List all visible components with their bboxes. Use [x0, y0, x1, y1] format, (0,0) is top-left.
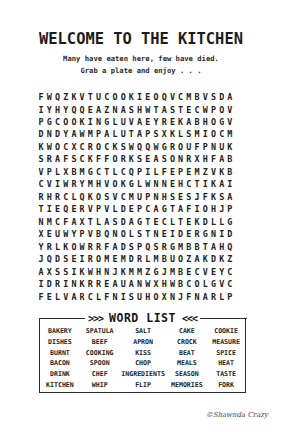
grid-cell[interactable]: A — [152, 203, 160, 215]
grid-cell[interactable]: I — [78, 253, 86, 265]
grid-cell[interactable]: W — [152, 141, 160, 153]
grid-cell[interactable]: I — [45, 203, 53, 215]
grid-cell[interactable]: L — [70, 191, 78, 203]
grid-cell[interactable]: P — [226, 203, 234, 215]
grid-cell[interactable]: R — [86, 141, 94, 153]
grid-cell[interactable]: V — [201, 91, 209, 103]
grid-cell[interactable]: R — [94, 241, 102, 253]
grid-cell[interactable]: A — [152, 153, 160, 165]
grid-cell[interactable]: K — [201, 253, 209, 265]
grid-cell[interactable]: F — [103, 153, 111, 165]
grid-cell[interactable]: N — [209, 141, 217, 153]
grid-cell[interactable]: P — [94, 203, 102, 215]
grid-cell[interactable]: G — [160, 141, 168, 153]
grid-cell[interactable]: X — [62, 166, 70, 178]
grid-cell[interactable]: E — [45, 228, 53, 240]
grid-cell[interactable]: T — [177, 103, 185, 115]
grid-cell[interactable]: B — [193, 241, 201, 253]
grid-cell[interactable]: A — [111, 278, 119, 290]
grid-cell[interactable]: V — [218, 278, 226, 290]
grid-cell[interactable]: N — [209, 228, 217, 240]
grid-cell[interactable]: P — [78, 228, 86, 240]
grid-cell[interactable]: E — [103, 278, 111, 290]
grid-cell[interactable]: E — [70, 203, 78, 215]
grid-cell[interactable]: G — [218, 116, 226, 128]
grid-cell[interactable]: R — [70, 178, 78, 190]
grid-cell[interactable]: T — [127, 128, 135, 140]
grid-cell[interactable]: V — [201, 266, 209, 278]
grid-cell[interactable]: K — [209, 191, 217, 203]
grid-cell[interactable]: R — [37, 191, 45, 203]
grid-cell[interactable]: H — [53, 103, 61, 115]
grid-cell[interactable]: A — [127, 216, 135, 228]
grid-cell[interactable]: R — [78, 291, 86, 303]
grid-cell[interactable]: F — [185, 203, 193, 215]
grid-cell[interactable]: I — [226, 178, 234, 190]
grid-cell[interactable]: T — [103, 166, 111, 178]
grid-cell[interactable]: S — [168, 103, 176, 115]
grid-cell[interactable]: V — [127, 116, 135, 128]
grid-cell[interactable]: V — [103, 178, 111, 190]
grid-cell[interactable]: D — [119, 216, 127, 228]
grid-cell[interactable]: C — [119, 166, 127, 178]
grid-cell[interactable]: U — [119, 128, 127, 140]
grid-cell[interactable]: R — [45, 241, 53, 253]
grid-cell[interactable]: P — [135, 203, 143, 215]
grid-cell[interactable]: U — [135, 291, 143, 303]
grid-cell[interactable]: N — [168, 291, 176, 303]
grid-cell[interactable]: C — [144, 203, 152, 215]
grid-cell[interactable]: S — [111, 216, 119, 228]
grid-cell[interactable]: G — [45, 116, 53, 128]
grid-cell[interactable]: G — [127, 178, 135, 190]
grid-cell[interactable]: W — [144, 103, 152, 115]
grid-cell[interactable]: C — [185, 178, 193, 190]
grid-cell[interactable]: L — [127, 228, 135, 240]
grid-cell[interactable]: G — [226, 216, 234, 228]
grid-cell[interactable]: A — [135, 128, 143, 140]
grid-cell[interactable]: K — [78, 266, 86, 278]
grid-cell[interactable]: S — [37, 153, 45, 165]
grid-cell[interactable]: N — [160, 178, 168, 190]
grid-cell[interactable]: Q — [226, 241, 234, 253]
grid-cell[interactable]: A — [119, 103, 127, 115]
grid-cell[interactable]: A — [218, 178, 226, 190]
grid-cell[interactable]: Y — [45, 103, 53, 115]
grid-cell[interactable]: O — [70, 241, 78, 253]
grid-cell[interactable]: T — [144, 228, 152, 240]
grid-cell[interactable]: K — [119, 178, 127, 190]
grid-cell[interactable]: J — [111, 266, 119, 278]
grid-cell[interactable]: B — [160, 253, 168, 265]
grid-cell[interactable]: O — [201, 203, 209, 215]
grid-cell[interactable]: A — [94, 103, 102, 115]
grid-cell[interactable]: P — [144, 191, 152, 203]
grid-cell[interactable]: O — [111, 91, 119, 103]
grid-cell[interactable]: S — [62, 266, 70, 278]
grid-cell[interactable]: B — [177, 266, 185, 278]
grid-cell[interactable]: K — [70, 91, 78, 103]
grid-cell[interactable]: A — [226, 191, 234, 203]
grid-cell[interactable]: G — [209, 278, 217, 290]
grid-cell[interactable]: U — [135, 191, 143, 203]
grid-cell[interactable]: F — [37, 291, 45, 303]
grid-cell[interactable]: C — [78, 153, 86, 165]
grid-cell[interactable]: N — [103, 266, 111, 278]
grid-cell[interactable]: O — [209, 128, 217, 140]
grid-cell[interactable]: O — [111, 178, 119, 190]
grid-cell[interactable]: L — [218, 291, 226, 303]
grid-cell[interactable]: P — [135, 241, 143, 253]
grid-cell[interactable]: B — [70, 166, 78, 178]
grid-cell[interactable]: F — [193, 141, 201, 153]
grid-cell[interactable]: U — [218, 141, 226, 153]
grid-cell[interactable]: W — [78, 241, 86, 253]
grid-cell[interactable]: R — [53, 278, 61, 290]
grid-cell[interactable]: S — [152, 128, 160, 140]
grid-cell[interactable]: S — [127, 103, 135, 115]
grid-cell[interactable]: H — [160, 278, 168, 290]
grid-cell[interactable]: E — [185, 228, 193, 240]
grid-cell[interactable]: G — [86, 166, 94, 178]
grid-cell[interactable]: V — [103, 203, 111, 215]
grid-cell[interactable]: D — [119, 241, 127, 253]
grid-cell[interactable]: M — [86, 178, 94, 190]
grid-cell[interactable]: R — [119, 153, 127, 165]
grid-cell[interactable]: E — [209, 266, 217, 278]
grid-cell[interactable]: A — [70, 291, 78, 303]
grid-cell[interactable]: E — [53, 203, 61, 215]
grid-cell[interactable]: K — [177, 116, 185, 128]
grid-cell[interactable]: A — [218, 153, 226, 165]
grid-cell[interactable]: O — [94, 191, 102, 203]
grid-cell[interactable]: F — [160, 166, 168, 178]
grid-cell[interactable]: W — [78, 128, 86, 140]
grid-cell[interactable]: O — [70, 116, 78, 128]
grid-cell[interactable]: E — [168, 178, 176, 190]
grid-cell[interactable]: C — [160, 216, 168, 228]
grid-cell[interactable]: L — [111, 128, 119, 140]
grid-cell[interactable]: F — [103, 241, 111, 253]
grid-cell[interactable]: F — [94, 153, 102, 165]
grid-cell[interactable]: L — [144, 253, 152, 265]
grid-cell[interactable]: X — [37, 228, 45, 240]
grid-cell[interactable]: S — [127, 241, 135, 253]
grid-cell[interactable]: D — [127, 253, 135, 265]
grid-cell[interactable]: A — [37, 266, 45, 278]
grid-cell[interactable]: M — [45, 216, 53, 228]
grid-cell[interactable]: E — [160, 228, 168, 240]
grid-cell[interactable]: C — [177, 91, 185, 103]
grid-cell[interactable]: G — [103, 116, 111, 128]
grid-cell[interactable]: G — [160, 203, 168, 215]
grid-cell[interactable]: I — [168, 228, 176, 240]
grid-cell[interactable]: S — [62, 253, 70, 265]
grid-cell[interactable]: T — [193, 178, 201, 190]
grid-cell[interactable]: C — [193, 266, 201, 278]
grid-cell[interactable]: L — [177, 128, 185, 140]
grid-cell[interactable]: N — [70, 278, 78, 290]
grid-cell[interactable]: N — [177, 153, 185, 165]
grid-cell[interactable]: O — [94, 253, 102, 265]
grid-cell[interactable]: O — [53, 141, 61, 153]
grid-cell[interactable]: R — [209, 291, 217, 303]
grid-cell[interactable]: E — [168, 166, 176, 178]
grid-cell[interactable]: Y — [62, 103, 70, 115]
grid-cell[interactable]: F — [209, 153, 217, 165]
grid-cell[interactable]: A — [53, 153, 61, 165]
grid-cell[interactable]: C — [119, 191, 127, 203]
grid-cell[interactable]: N — [111, 103, 119, 115]
grid-cell[interactable]: O — [152, 91, 160, 103]
grid-cell[interactable]: P — [226, 291, 234, 303]
grid-cell[interactable]: V — [209, 166, 217, 178]
grid-cell[interactable]: M — [177, 241, 185, 253]
grid-cell[interactable]: V — [62, 291, 70, 303]
grid-cell[interactable]: I — [86, 116, 94, 128]
grid-cell[interactable]: O — [94, 141, 102, 153]
grid-cell[interactable]: H — [209, 203, 217, 215]
grid-cell[interactable]: E — [127, 203, 135, 215]
grid-cell[interactable]: E — [152, 216, 160, 228]
grid-cell[interactable]: S — [209, 91, 217, 103]
grid-cell[interactable]: X — [78, 216, 86, 228]
grid-cell[interactable]: H — [135, 103, 143, 115]
grid-cell[interactable]: L — [218, 216, 226, 228]
grid-cell[interactable]: L — [209, 216, 217, 228]
grid-cell[interactable]: L — [152, 166, 160, 178]
grid-cell[interactable]: S — [160, 153, 168, 165]
grid-cell[interactable]: I — [53, 178, 61, 190]
grid-cell[interactable]: M — [86, 128, 94, 140]
grid-cell[interactable]: D — [45, 278, 53, 290]
grid-cell[interactable]: D — [201, 216, 209, 228]
grid-cell[interactable]: W — [62, 178, 70, 190]
grid-cell[interactable]: Q — [144, 241, 152, 253]
grid-cell[interactable]: A — [111, 241, 119, 253]
grid-cell[interactable]: A — [160, 103, 168, 115]
grid-cell[interactable]: U — [168, 253, 176, 265]
grid-cell[interactable]: D — [119, 203, 127, 215]
grid-cell[interactable]: K — [111, 141, 119, 153]
grid-cell[interactable]: N — [111, 291, 119, 303]
grid-cell[interactable]: I — [62, 278, 70, 290]
grid-cell[interactable]: R — [86, 241, 94, 253]
grid-cell[interactable]: T — [201, 241, 209, 253]
grid-cell[interactable]: Z — [201, 166, 209, 178]
grid-cell[interactable]: I — [135, 91, 143, 103]
grid-cell[interactable]: Q — [103, 228, 111, 240]
grid-cell[interactable]: V — [37, 166, 45, 178]
grid-cell[interactable]: O — [62, 116, 70, 128]
grid-cell[interactable]: E — [168, 116, 176, 128]
grid-cell[interactable]: L — [168, 216, 176, 228]
grid-cell[interactable]: M — [193, 166, 201, 178]
grid-cell[interactable]: T — [86, 91, 94, 103]
grid-cell[interactable]: V — [86, 228, 94, 240]
grid-cell[interactable]: R — [168, 141, 176, 153]
grid-cell[interactable]: I — [37, 278, 45, 290]
grid-cell[interactable]: X — [160, 128, 168, 140]
grid-cell[interactable]: Z — [62, 91, 70, 103]
grid-cell[interactable]: N — [111, 228, 119, 240]
grid-cell[interactable]: A — [103, 216, 111, 228]
grid-cell[interactable]: P — [37, 116, 45, 128]
grid-cell[interactable]: M — [127, 191, 135, 203]
grid-cell[interactable]: T — [168, 203, 176, 215]
grid-cell[interactable]: Q — [62, 203, 70, 215]
grid-cell[interactable]: O — [177, 141, 185, 153]
grid-cell[interactable]: O — [111, 153, 119, 165]
grid-cell[interactable]: D — [209, 253, 217, 265]
grid-cell[interactable]: I — [218, 228, 226, 240]
grid-cell[interactable]: D — [53, 128, 61, 140]
grid-cell[interactable]: S — [218, 191, 226, 203]
grid-cell[interactable]: H — [177, 178, 185, 190]
grid-cell[interactable]: O — [119, 228, 127, 240]
grid-cell[interactable]: M — [103, 253, 111, 265]
grid-cell[interactable]: D — [226, 228, 234, 240]
grid-cell[interactable]: X — [45, 266, 53, 278]
grid-cell[interactable]: G — [152, 266, 160, 278]
grid-cell[interactable]: R — [45, 153, 53, 165]
grid-cell[interactable]: N — [152, 228, 160, 240]
grid-cell[interactable]: C — [86, 291, 94, 303]
grid-cell[interactable]: Z — [144, 266, 152, 278]
grid-cell[interactable]: K — [218, 253, 226, 265]
grid-cell[interactable]: S — [119, 141, 127, 153]
grid-cell[interactable]: K — [86, 191, 94, 203]
grid-cell[interactable]: Q — [78, 191, 86, 203]
grid-cell[interactable]: L — [111, 116, 119, 128]
grid-cell[interactable]: V — [226, 103, 234, 115]
grid-cell[interactable]: S — [135, 228, 143, 240]
grid-cell[interactable]: N — [94, 116, 102, 128]
grid-cell[interactable]: K — [209, 178, 217, 190]
grid-cell[interactable]: B — [94, 228, 102, 240]
grid-cell[interactable]: W — [86, 266, 94, 278]
grid-cell[interactable]: K — [127, 153, 135, 165]
grid-cell[interactable]: A — [70, 128, 78, 140]
grid-cell[interactable]: V — [86, 203, 94, 215]
grid-cell[interactable]: K — [78, 278, 86, 290]
grid-cell[interactable]: S — [127, 291, 135, 303]
grid-cell[interactable]: W — [62, 228, 70, 240]
grid-cell[interactable]: X — [152, 278, 160, 290]
grid-cell[interactable]: K — [127, 91, 135, 103]
grid-cell[interactable]: L — [201, 278, 209, 290]
grid-cell[interactable]: K — [218, 166, 226, 178]
grid-cell[interactable]: E — [144, 91, 152, 103]
grid-cell[interactable]: P — [144, 128, 152, 140]
grid-cell[interactable]: E — [144, 116, 152, 128]
grid-cell[interactable]: H — [94, 178, 102, 190]
grid-cell[interactable]: C — [53, 216, 61, 228]
grid-cell[interactable]: S — [185, 191, 193, 203]
grid-cell[interactable]: X — [70, 141, 78, 153]
grid-cell[interactable]: N — [135, 278, 143, 290]
grid-cell[interactable]: I — [119, 291, 127, 303]
grid-cell[interactable]: F — [62, 216, 70, 228]
grid-cell[interactable]: I — [144, 166, 152, 178]
grid-cell[interactable]: Y — [37, 241, 45, 253]
grid-cell[interactable]: V — [226, 116, 234, 128]
grid-cell[interactable]: S — [185, 128, 193, 140]
grid-cell[interactable]: M — [119, 253, 127, 265]
grid-cell[interactable]: E — [177, 191, 185, 203]
grid-cell[interactable]: T — [152, 103, 160, 115]
grid-cell[interactable]: A — [70, 216, 78, 228]
grid-cell[interactable]: J — [193, 191, 201, 203]
grid-cell[interactable]: A — [127, 278, 135, 290]
grid-cell[interactable]: T — [144, 216, 152, 228]
grid-cell[interactable]: Y — [152, 116, 160, 128]
grid-cell[interactable]: R — [86, 278, 94, 290]
grid-cell[interactable]: V — [45, 178, 53, 190]
grid-cell[interactable]: F — [62, 153, 70, 165]
grid-cell[interactable]: S — [53, 266, 61, 278]
grid-cell[interactable]: O — [177, 253, 185, 265]
grid-cell[interactable]: A — [209, 241, 217, 253]
grid-cell[interactable]: N — [152, 178, 160, 190]
grid-cell[interactable]: Z — [185, 253, 193, 265]
grid-cell[interactable]: S — [168, 191, 176, 203]
grid-cell[interactable]: B — [226, 166, 234, 178]
grid-cell[interactable]: R — [86, 253, 94, 265]
grid-cell[interactable]: N — [37, 216, 45, 228]
grid-cell[interactable]: L — [94, 291, 102, 303]
grid-cell[interactable]: K — [168, 128, 176, 140]
grid-cell[interactable]: M — [135, 266, 143, 278]
grid-cell[interactable]: E — [144, 153, 152, 165]
grid-cell[interactable]: D — [53, 253, 61, 265]
grid-cell[interactable]: Y — [78, 178, 86, 190]
grid-cell[interactable]: P — [209, 103, 217, 115]
grid-cell[interactable]: S — [103, 191, 111, 203]
grid-cell[interactable]: T — [37, 203, 45, 215]
grid-cell[interactable]: K — [226, 141, 234, 153]
grid-cell[interactable]: E — [86, 103, 94, 115]
grid-cell[interactable]: A — [185, 116, 193, 128]
grid-cell[interactable]: H — [201, 116, 209, 128]
grid-cell[interactable]: L — [111, 203, 119, 215]
grid-cell[interactable]: B — [193, 91, 201, 103]
grid-cell[interactable]: L — [53, 241, 61, 253]
grid-cell[interactable]: P — [177, 166, 185, 178]
grid-cell[interactable]: E — [185, 266, 193, 278]
grid-cell[interactable]: A — [226, 91, 234, 103]
grid-cell[interactable]: O — [209, 116, 217, 128]
grid-cell[interactable]: U — [53, 228, 61, 240]
grid-cell[interactable]: O — [152, 291, 160, 303]
grid-cell[interactable]: A — [201, 291, 209, 303]
grid-cell[interactable]: W — [144, 178, 152, 190]
grid-cell[interactable]: Q — [78, 103, 86, 115]
grid-cell[interactable]: E — [70, 253, 78, 265]
grid-cell[interactable]: M — [168, 266, 176, 278]
grid-cell[interactable]: W — [45, 91, 53, 103]
grid-cell[interactable]: P — [45, 166, 53, 178]
grid-cell[interactable]: Q — [45, 253, 53, 265]
grid-cell[interactable]: V — [168, 91, 176, 103]
grid-cell[interactable]: W — [201, 103, 209, 115]
grid-cell[interactable]: K — [86, 153, 94, 165]
grid-cell[interactable]: C — [218, 128, 226, 140]
grid-cell[interactable]: C — [62, 141, 70, 153]
grid-cell[interactable]: C — [78, 141, 86, 153]
grid-cell[interactable]: B — [226, 153, 234, 165]
grid-cell[interactable]: H — [201, 153, 209, 165]
